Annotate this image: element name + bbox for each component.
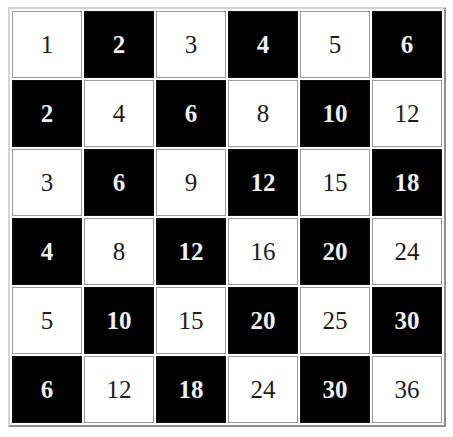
grid-cell-r3c5: 15 — [300, 149, 370, 216]
grid-cell-r4c6: 24 — [372, 218, 442, 285]
grid-cell-r3c2: 6 — [84, 149, 154, 216]
board-container: 1234562468101236912151848121620245101520… — [8, 7, 446, 427]
grid-cell-r3c1: 3 — [12, 149, 82, 216]
grid-cell-r1c1: 1 — [12, 11, 82, 78]
grid-cell-r1c5: 5 — [300, 11, 370, 78]
grid-cell-r6c4: 24 — [228, 356, 298, 423]
grid-cell-r6c5: 30 — [300, 356, 370, 423]
grid-cell-r4c1: 4 — [12, 218, 82, 285]
grid-cell-r3c3: 9 — [156, 149, 226, 216]
grid-cell-r5c2: 10 — [84, 287, 154, 354]
grid-cell-r2c4: 8 — [228, 80, 298, 147]
grid-cell-r2c1: 2 — [12, 80, 82, 147]
grid-cell-r4c5: 20 — [300, 218, 370, 285]
grid-cell-r5c1: 5 — [12, 287, 82, 354]
grid-cell-r4c2: 8 — [84, 218, 154, 285]
grid-cell-r2c6: 12 — [372, 80, 442, 147]
grid-cell-r6c3: 18 — [156, 356, 226, 423]
grid-cell-r6c6: 36 — [372, 356, 442, 423]
grid-cell-r4c3: 12 — [156, 218, 226, 285]
grid-cell-r5c4: 20 — [228, 287, 298, 354]
grid-cell-r4c4: 16 — [228, 218, 298, 285]
grid-cell-r2c3: 6 — [156, 80, 226, 147]
multiplication-table-board: 1234562468101236912151848121620245101520… — [8, 7, 446, 427]
grid-cell-r2c5: 10 — [300, 80, 370, 147]
grid-cell-r6c2: 12 — [84, 356, 154, 423]
grid-cell-r1c2: 2 — [84, 11, 154, 78]
grid-cell-r5c3: 15 — [156, 287, 226, 354]
grid-cell-r2c2: 4 — [84, 80, 154, 147]
grid-cell-r3c6: 18 — [372, 149, 442, 216]
grid-cell-r5c5: 25 — [300, 287, 370, 354]
grid-cell-r1c4: 4 — [228, 11, 298, 78]
grid-cell-r1c6: 6 — [372, 11, 442, 78]
grid-cell-r1c3: 3 — [156, 11, 226, 78]
grid-cell-r6c1: 6 — [12, 356, 82, 423]
grid-cell-r3c4: 12 — [228, 149, 298, 216]
grid-cell-r5c6: 30 — [372, 287, 442, 354]
